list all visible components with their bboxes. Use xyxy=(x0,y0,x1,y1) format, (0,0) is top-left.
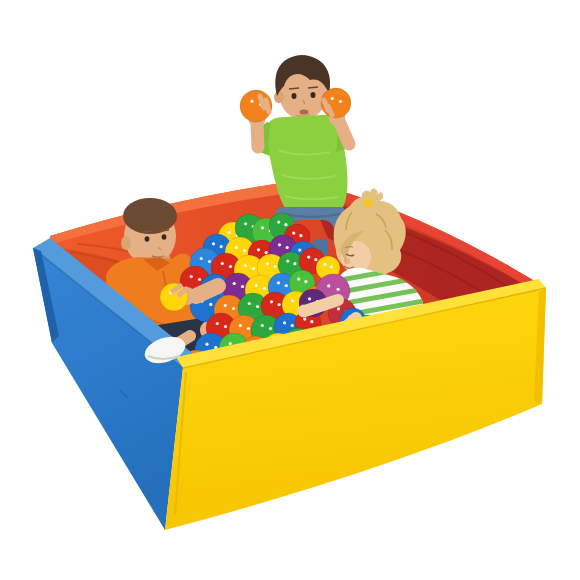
ball-air-hole xyxy=(291,299,294,302)
ball-air-hole xyxy=(307,256,310,259)
ball-air-hole xyxy=(208,260,211,263)
boy-left-hair xyxy=(123,198,177,234)
ball-air-hole xyxy=(323,263,326,266)
ball-air-hole xyxy=(241,285,244,288)
ball-air-hole xyxy=(297,278,300,281)
ball-air-hole xyxy=(299,234,302,237)
ball-air-hole xyxy=(190,275,193,278)
ball-air-hole xyxy=(286,246,289,249)
ball-air-hole xyxy=(229,342,232,345)
ball-air-hole xyxy=(220,245,223,248)
play-ball xyxy=(160,283,188,311)
ball-air-hole xyxy=(212,242,215,245)
ball-air-hole xyxy=(205,343,208,346)
ball-air-hole xyxy=(198,278,201,281)
ball-air-hole xyxy=(274,265,277,268)
ball-air-hole xyxy=(304,280,307,283)
ball-air-hole xyxy=(327,284,330,287)
ball-air-hole xyxy=(308,297,311,300)
ball-air-hole xyxy=(235,246,238,249)
ball-air-hole xyxy=(209,303,212,306)
ball-air-hole xyxy=(278,243,281,246)
ball-air-hole xyxy=(331,97,334,100)
ball-air-hole xyxy=(285,284,288,287)
ball-air-hole xyxy=(239,324,242,327)
ball-air-hole xyxy=(257,248,260,251)
ball-pit-scene xyxy=(0,0,580,580)
ball-air-hole xyxy=(286,260,289,263)
ball-air-hole xyxy=(224,325,227,328)
ball-air-hole xyxy=(232,307,235,310)
ball-air-hole xyxy=(269,327,272,330)
product-photo-ball-pit xyxy=(0,0,580,580)
ball-air-hole xyxy=(233,282,236,285)
boy-left-ear xyxy=(121,236,131,250)
ball-air-hole xyxy=(221,262,224,265)
ball-air-hole xyxy=(244,264,247,267)
ball-air-hole xyxy=(277,281,280,284)
ball-air-hole xyxy=(247,327,250,330)
ball-air-hole xyxy=(256,305,259,308)
boy-top-ear-left xyxy=(274,91,284,103)
ball-air-hole xyxy=(298,249,301,252)
ball-air-hole xyxy=(200,257,203,260)
ball-air-hole xyxy=(255,284,258,287)
ball-air-hole xyxy=(284,223,287,226)
ball-air-hole xyxy=(261,226,264,229)
ball-air-hole xyxy=(250,100,253,103)
ball-air-hole xyxy=(244,222,247,225)
ball-air-hole xyxy=(283,321,286,324)
ball-air-hole xyxy=(277,221,280,224)
ball-air-hole xyxy=(330,265,333,268)
ball-air-hole xyxy=(278,303,281,306)
ball-air-hole xyxy=(224,304,227,307)
ball-air-hole xyxy=(228,231,231,234)
ball-air-hole xyxy=(337,288,340,291)
ball-air-hole xyxy=(270,300,273,303)
ball-air-hole xyxy=(266,262,269,265)
ball-air-hole xyxy=(314,258,317,261)
ball-air-hole xyxy=(263,287,266,290)
boy-left-forearm xyxy=(196,286,218,296)
ball-air-hole xyxy=(265,251,268,254)
ball-air-hole xyxy=(216,322,219,325)
ball-air-hole xyxy=(292,232,295,235)
ball-air-hole xyxy=(303,318,306,321)
ball-air-hole xyxy=(229,265,232,268)
ball-air-hole xyxy=(252,267,255,270)
girl-hair-tie xyxy=(364,199,373,208)
girl-hand-left xyxy=(298,305,311,318)
ball-air-hole xyxy=(310,320,313,323)
ball-air-hole xyxy=(261,324,264,327)
ball-air-hole xyxy=(337,307,340,310)
ball-air-hole xyxy=(293,262,296,265)
ball-air-hole xyxy=(339,100,342,103)
ball-air-hole xyxy=(291,324,294,327)
ball-air-hole xyxy=(248,302,251,305)
ball-air-hole xyxy=(243,249,246,252)
